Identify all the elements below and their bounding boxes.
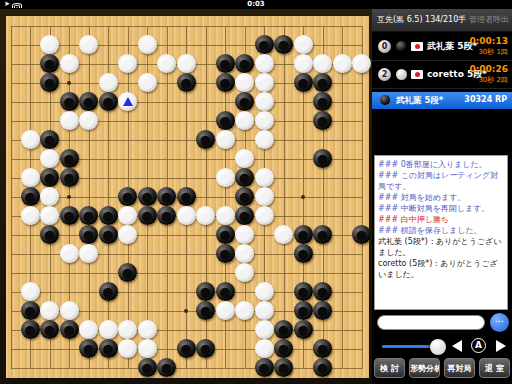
black-stone: ● [255,35,274,54]
black-stone: ● [196,130,215,149]
white-stone: ● [60,54,79,73]
black-stone: ● [294,301,313,320]
sidebar: 互先(黒 6.5) 134/210手 管理者呼出 0 武礼葉 5段* 0:00:… [372,0,512,384]
black-stone: ● [235,168,254,187]
white-stone: ● [177,54,196,73]
replay-controls: A [372,336,512,356]
black-stone: ● [294,225,313,244]
white-stone: ● [79,111,98,130]
black-stone: ● [216,244,235,263]
white-stone: ● [255,168,274,187]
chat-log[interactable]: ### 0番部屋に入りました。### この対局はレーティング対局です。### 対… [374,155,508,310]
white-stone: ● [235,263,254,282]
white-stone: ● [235,111,254,130]
white-stone: ● [216,301,235,320]
white-stone: ● [255,320,274,339]
white-stone: ● [79,320,98,339]
chat-message: coretto (5段*)：ありがとうございました。 [378,258,505,280]
white-stone: ● [313,54,332,73]
game-info-label: 互先(黒 6.5) 134/210手 [377,9,466,31]
white-stone: ● [255,339,274,358]
black-stone: ● [60,320,79,339]
star-point [67,81,71,85]
black-stone: ● [313,92,332,111]
black-stone: ● [294,282,313,301]
chat-message: ### 棋譜を保存しました。 [378,225,505,236]
black-stone-icon [380,95,390,105]
black-stone: ● [313,111,332,130]
capture-count: 2 [378,68,391,81]
black-stone: ● [177,73,196,92]
black-stone: ● [196,301,215,320]
black-stone: ● [40,225,59,244]
white-stone: ● [138,73,157,92]
white-stone: ● [216,130,235,149]
white-stone: ● [157,54,176,73]
white-stone: ● [352,54,371,73]
black-stone: ● [40,168,59,187]
white-stone: ● [255,130,274,149]
black-stone: ● [40,54,59,73]
black-stone: ● [60,92,79,111]
white-stone: ● [40,149,59,168]
star-point [67,195,71,199]
chat-bubble-icon[interactable]: ⋯ [490,313,509,332]
black-stone: ● [294,244,313,263]
black-stone: ● [138,206,157,225]
chat-message: ### 0番部屋に入りました。 [378,159,505,170]
white-stone: ● [60,301,79,320]
black-stone: ● [138,358,157,377]
next-move-button[interactable] [496,340,506,352]
black-stone: ● [274,358,293,377]
black-stone: ● [157,187,176,206]
white-stone-icon [396,69,407,80]
black-stone: ● [138,187,157,206]
white-stone: ● [40,206,59,225]
black-stone: ● [235,187,254,206]
white-stone: ● [21,282,40,301]
slider-fill [382,345,428,348]
grid-line [11,368,363,369]
white-stone: ● [118,54,137,73]
chat-message: ### この対局はレーティング対局です。 [378,170,505,192]
black-stone: ● [21,320,40,339]
white-stone: ● [118,339,137,358]
black-stone: ● [274,320,293,339]
white-stone: ● [138,339,157,358]
white-stone: ● [255,54,274,73]
player-clock: 0:00:26 [469,64,508,74]
black-stone-icon [396,41,407,52]
black-stone: ● [21,301,40,320]
white-stone: ● [118,320,137,339]
grid-line [342,26,343,368]
black-stone: ● [40,73,59,92]
black-stone: ● [157,206,176,225]
white-stone: ● [216,206,235,225]
white-stone: ● [118,206,137,225]
leave-room-button[interactable]: 退 室 [479,358,510,378]
black-stone: ● [118,187,137,206]
white-stone: ● [40,187,59,206]
last-move-marker [123,97,133,106]
white-stone: ● [255,187,274,206]
black-stone: ● [216,54,235,73]
grid-line [362,26,363,368]
black-stone: ● [60,206,79,225]
chat-message: ### 白中押し勝ち [378,214,505,225]
board-frame: ●●●●●●●●●●●●●●●●●●●●●●●●●●●●●●●●●●●●●●●●… [0,9,372,384]
white-stone: ● [235,225,254,244]
black-stone: ● [196,282,215,301]
white-stone: ● [99,320,118,339]
white-stone: ● [255,206,274,225]
grid-line [284,26,285,368]
black-stone: ● [157,358,176,377]
black-stone: ● [294,73,313,92]
black-stone: ● [177,339,196,358]
black-stone: ● [60,149,79,168]
black-stone: ● [99,92,118,111]
japan-flag-icon [411,70,423,79]
black-stone: ● [216,225,235,244]
player-row-black[interactable]: 0 武礼葉 5段* 0:00:13 30秒 1回 [372,33,512,61]
black-stone: ● [99,206,118,225]
japan-flag-icon [411,42,423,51]
white-stone: ● [177,206,196,225]
black-stone: ● [216,282,235,301]
star-point [301,195,305,199]
star-point [184,309,188,313]
white-stone: ● [79,35,98,54]
black-stone: ● [313,301,332,320]
black-stone: ● [79,225,98,244]
black-stone: ● [235,206,254,225]
rematch-button[interactable]: 再対局 [444,358,475,378]
white-stone: ● [255,92,274,111]
previous-move-button[interactable] [452,340,462,352]
white-stone: ● [40,35,59,54]
white-stone: ● [216,168,235,187]
player-clock: 0:00:13 [469,36,508,46]
white-stone: ● [118,225,137,244]
black-stone: ● [352,225,371,244]
game-header: 互先(黒 6.5) 134/210手 管理者呼出 [372,9,512,32]
analysis-button[interactable]: 形勢分析 [409,358,440,378]
black-stone: ● [313,73,332,92]
black-stone: ● [235,92,254,111]
black-stone: ● [216,111,235,130]
black-stone: ● [313,358,332,377]
player-row-white[interactable]: 2 coretto 5段* 0:00:26 30秒 2回 [372,61,512,89]
white-stone: ● [294,35,313,54]
white-stone: ● [255,282,274,301]
white-stone: ● [21,130,40,149]
capture-count: 0 [378,40,391,53]
black-stone: ● [21,187,40,206]
black-stone: ● [79,206,98,225]
black-stone: ● [40,130,59,149]
black-stone: ● [235,54,254,73]
black-stone: ● [79,339,98,358]
black-stone: ● [99,225,118,244]
black-stone: ● [60,168,79,187]
white-stone: ● [333,54,352,73]
chat-message: ### 中断対局を再開します。 [378,203,505,214]
black-stone: ● [313,149,332,168]
black-stone: ● [99,282,118,301]
white-stone: ● [138,35,157,54]
white-stone: ● [294,54,313,73]
auto-play-button[interactable]: A [471,338,486,353]
white-stone: ● [79,244,98,263]
app-screen: ➤ 0:03 96% ●●●●●●●●●●●●●●●●●●●●●●●●●●●●●… [0,0,512,384]
go-board[interactable]: ●●●●●●●●●●●●●●●●●●●●●●●●●●●●●●●●●●●●●●●●… [6,16,369,378]
selected-player-row[interactable]: 武礼葉 5段* 30324 RP [372,92,512,109]
black-stone: ● [255,358,274,377]
byoyomi-label: 30秒 1回 [478,47,508,57]
black-stone: ● [274,339,293,358]
white-stone: ● [21,168,40,187]
white-stone: ● [40,301,59,320]
player-name: 武礼葉 5段* [396,95,443,107]
white-stone: ● [235,73,254,92]
black-stone: ● [79,92,98,111]
grid-line [11,273,363,274]
move-slider[interactable] [382,345,446,348]
white-stone: ● [274,225,293,244]
chat-message: 武礼葉 (5段*)：ありがとうございました。 [378,236,505,258]
black-stone: ● [99,339,118,358]
white-stone: ● [255,111,274,130]
slider-knob[interactable] [430,339,446,355]
black-stone: ● [274,35,293,54]
review-button[interactable]: 検 討 [374,358,405,378]
white-stone: ● [255,73,274,92]
white-stone: ● [60,111,79,130]
white-stone: ● [99,73,118,92]
white-stone: ● [235,244,254,263]
black-stone: ● [118,263,137,282]
call-admin-button[interactable]: 管理者呼出 [469,9,509,31]
white-stone: ● [235,149,254,168]
black-stone: ● [177,187,196,206]
black-stone: ● [294,320,313,339]
rating-label: 30324 RP [464,95,507,104]
action-button-row: 検 討 形勢分析 再対局 退 室 [374,358,510,378]
chat-message: ### 対局を始めます。 [378,192,505,203]
black-stone: ● [313,225,332,244]
white-stone: ● [255,301,274,320]
black-stone: ● [216,73,235,92]
black-stone: ● [196,339,215,358]
black-stone: ● [313,339,332,358]
black-stone: ● [313,282,332,301]
white-stone: ● [196,206,215,225]
white-stone: ● [60,244,79,263]
white-stone: ● [138,320,157,339]
black-stone: ● [40,320,59,339]
byoyomi-label: 30秒 2回 [478,75,508,85]
white-stone: ● [235,301,254,320]
white-stone: ● [21,206,40,225]
chat-input[interactable] [377,315,485,330]
